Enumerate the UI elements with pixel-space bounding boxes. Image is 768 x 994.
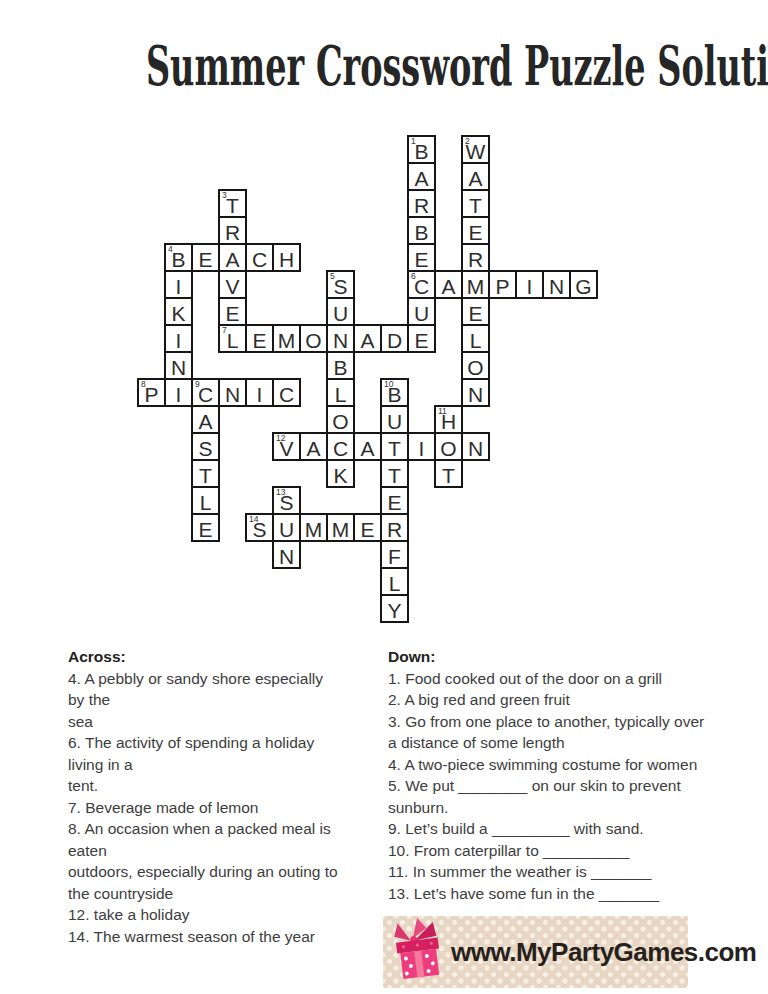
clue-line: 5. We put ________ on our skin to preven… (388, 775, 738, 797)
cell-letter: E (414, 245, 428, 270)
cell-letter: C (414, 272, 429, 297)
page-title: Summer Crossword Puzzle Solution (146, 38, 622, 95)
clue-line: sunburn. (388, 797, 738, 819)
footer-url: www.MyPartyGames.com (451, 937, 757, 968)
grid-cell-r9c7: L (326, 378, 355, 407)
cell-letter: N (468, 380, 483, 405)
grid-cell-r9c5: C (272, 378, 301, 407)
grid-cell-r9c1: I (164, 378, 193, 407)
clue-line: sea (68, 711, 383, 733)
cell-letter: B (333, 353, 347, 378)
grid-cell-r11c7: C (326, 432, 355, 461)
grid-cell-r12c2: T (191, 459, 220, 488)
grid-cell-r2c10: R (407, 189, 436, 218)
grid-cell-r5c7: 5S (326, 270, 355, 299)
clue-number: 11 (438, 407, 447, 416)
grid-cell-r11c9: T (380, 432, 409, 461)
cell-letter: M (332, 515, 350, 540)
grid-cell-r14c7: M (326, 513, 355, 542)
cell-letter: E (387, 488, 401, 513)
grid-cell-r13c2: L (191, 486, 220, 515)
cell-letter: N (468, 434, 483, 459)
cell-letter: T (199, 461, 212, 486)
clue-line: 3. Go from one place to another, typical… (388, 711, 738, 733)
gift-icon (392, 916, 446, 980)
grid-cell-r4c12: R (461, 243, 490, 272)
clue-number: 7 (222, 326, 227, 335)
clue-number: 12 (276, 434, 285, 443)
cell-letter: N (279, 542, 294, 567)
cell-letter: O (440, 434, 456, 459)
grid-cell-r6c7: U (326, 297, 355, 326)
cell-letter: I (176, 380, 182, 405)
clue-number: 14 (249, 515, 258, 524)
cell-letter: N (333, 326, 348, 351)
grid-cell-r9c3: N (218, 378, 247, 407)
cell-letter: R (387, 515, 402, 540)
clue-number: 6 (411, 272, 416, 281)
cell-letter: K (171, 299, 185, 324)
cell-letter: U (414, 299, 429, 324)
cell-letter: H (279, 245, 294, 270)
cell-letter: M (305, 515, 323, 540)
cell-letter: A (360, 326, 374, 351)
cell-letter: U (387, 407, 402, 432)
grid-cell-r15c9: F (380, 540, 409, 569)
cell-letter: T (388, 434, 401, 459)
grid-cell-r17c9: Y (380, 594, 409, 623)
grid-cell-r14c8: E (353, 513, 382, 542)
grid-cell-r12c11: T (434, 459, 463, 488)
clue-line: 7. Beverage made of lemon (68, 797, 383, 819)
clue-number: 3 (222, 191, 227, 200)
grid-cell-r6c3: E (218, 297, 247, 326)
cell-letter: R (225, 218, 240, 243)
grid-cell-r16c9: L (380, 567, 409, 596)
cell-letter: V (225, 272, 239, 297)
cell-letter: I (176, 326, 182, 351)
grid-cell-r7c9: D (380, 324, 409, 353)
cell-letter: A (306, 434, 320, 459)
grid-cell-r5c15: N (542, 270, 571, 299)
cell-letter: R (468, 245, 483, 270)
across-clue-lines: 4. A pebbly or sandy shore especiallyby … (68, 668, 383, 948)
down-heading: Down: (388, 646, 738, 668)
grid-cell-r9c2: 9C (191, 378, 220, 407)
cell-letter: N (549, 272, 564, 297)
clue-number: 1 (411, 137, 416, 146)
cell-letter: O (332, 407, 348, 432)
clue-number: 9 (195, 380, 200, 389)
clue-line: by the (68, 689, 383, 711)
grid-cell-r4c2: E (191, 243, 220, 272)
grid-cell-r3c10: B (407, 216, 436, 245)
cell-letter: E (198, 245, 212, 270)
grid-cell-r14c4: 14S (245, 513, 274, 542)
grid-cell-r11c5: 12V (272, 432, 301, 461)
grid-cell-r5c12: M (461, 270, 490, 299)
grid-cell-r14c5: U (272, 513, 301, 542)
cell-letter: E (360, 515, 374, 540)
cell-letter: C (333, 434, 348, 459)
grid-cell-r5c11: A (434, 270, 463, 299)
grid-cell-r2c3: 3T (218, 189, 247, 218)
cell-letter: B (171, 245, 185, 270)
grid-cell-r5c1: I (164, 270, 193, 299)
cell-letter: N (225, 380, 240, 405)
grid-cell-r7c3: 7L (218, 324, 247, 353)
cell-letter: C (279, 380, 294, 405)
cell-letter: S (333, 272, 347, 297)
clue-line: 1. Food cooked out of the door on a gril… (388, 668, 738, 690)
cell-letter: E (252, 326, 266, 351)
clue-number: 4 (168, 245, 173, 254)
clue-line: 6. The activity of spending a holiday (68, 732, 383, 754)
down-clues: Down: 1. Food cooked out of the door on … (388, 646, 738, 904)
cell-letter: E (225, 299, 239, 324)
grid-cell-r9c12: N (461, 378, 490, 407)
grid-cell-r0c12: 2W (461, 135, 490, 164)
cell-letter: B (414, 137, 428, 162)
grid-cell-r10c2: A (191, 405, 220, 434)
grid-cell-r11c8: A (353, 432, 382, 461)
cell-letter: P (144, 380, 158, 405)
cell-letter: G (575, 272, 591, 297)
clue-line: outdoors, especially during an outing to (68, 861, 383, 883)
cell-letter: U (333, 299, 348, 324)
grid-cell-r7c4: E (245, 324, 274, 353)
grid-cell-r4c3: A (218, 243, 247, 272)
cell-letter: C (198, 380, 213, 405)
cell-letter: F (388, 542, 401, 567)
cell-letter: E (468, 218, 482, 243)
grid-cell-r7c10: E (407, 324, 436, 353)
clue-line: 4. A two-piece swimming costume for wome… (388, 754, 738, 776)
cell-letter: T (388, 461, 401, 486)
grid-cell-r1c10: A (407, 162, 436, 191)
grid-cell-r5c13: P (488, 270, 517, 299)
grid-cell-r14c6: M (299, 513, 328, 542)
across-clues: Across: 4. A pebbly or sandy shore espec… (68, 646, 383, 947)
grid-cell-r5c16: G (569, 270, 598, 299)
clue-number: 10 (384, 380, 393, 389)
clue-number: 5 (330, 272, 335, 281)
cell-letter: A (360, 434, 374, 459)
grid-cell-r13c9: E (380, 486, 409, 515)
cell-letter: B (414, 218, 428, 243)
grid-cell-r4c1: 4B (164, 243, 193, 272)
clue-line: 10. From caterpillar to __________ (388, 840, 738, 862)
grid-cell-r10c9: U (380, 405, 409, 434)
grid-cell-r13c5: 13S (272, 486, 301, 515)
cell-letter: R (414, 191, 429, 216)
cell-letter: O (467, 353, 483, 378)
down-clue-lines: 1. Food cooked out of the door on a gril… (388, 668, 738, 905)
cell-letter: M (467, 272, 485, 297)
footer-banner: www.MyPartyGames.com (383, 916, 688, 988)
grid-cell-r14c9: R (380, 513, 409, 542)
clue-number: 13 (276, 488, 285, 497)
clue-number: 2 (465, 137, 470, 146)
cell-letter: N (171, 353, 186, 378)
cell-letter: I (419, 434, 425, 459)
grid-cell-r4c5: H (272, 243, 301, 272)
grid-cell-r11c11: O (434, 432, 463, 461)
grid-cell-r9c4: I (245, 378, 274, 407)
cell-letter: A (441, 272, 455, 297)
cell-letter: A (414, 164, 428, 189)
clue-line: 2. A big red and green fruit (388, 689, 738, 711)
grid-cell-r9c9: 10B (380, 378, 409, 407)
clue-line: 11. In summer the weather is _______ (388, 861, 738, 883)
grid-cell-r8c7: B (326, 351, 355, 380)
grid-cell-r10c11: 11H (434, 405, 463, 434)
clue-line: 9. Let’s build a _________ with sand. (388, 818, 738, 840)
clue-line: 12. take a holiday (68, 904, 383, 926)
grid-cell-r11c10: I (407, 432, 436, 461)
cell-letter: I (176, 272, 182, 297)
grid-cell-r7c1: I (164, 324, 193, 353)
cell-letter: T (226, 191, 239, 216)
grid-cell-r12c7: K (326, 459, 355, 488)
cell-letter: S (198, 434, 212, 459)
cell-letter: A (198, 407, 212, 432)
across-heading: Across: (68, 646, 383, 668)
cell-letter: U (279, 515, 294, 540)
grid-cell-r3c3: R (218, 216, 247, 245)
cell-letter: E (198, 515, 212, 540)
grid-cell-r12c9: T (380, 459, 409, 488)
grid-cell-r4c4: C (245, 243, 274, 272)
crossword-grid: 1B2WAA3TRTRBE4BEACHERIV5S6CAMPINGKEUUEI7… (137, 135, 598, 623)
cell-letter: O (305, 326, 321, 351)
cell-letter: M (278, 326, 296, 351)
cell-letter: Y (387, 596, 401, 621)
cell-letter: C (252, 245, 267, 270)
clue-line: 4. A pebbly or sandy shore especially (68, 668, 383, 690)
clue-line: 13. Let’s have some fun in the _______ (388, 883, 738, 905)
grid-cell-r1c12: A (461, 162, 490, 191)
clue-line: eaten (68, 840, 383, 862)
cell-letter: E (414, 326, 428, 351)
cell-letter: L (470, 326, 482, 351)
cell-letter: E (468, 299, 482, 324)
clue-line: living in a (68, 754, 383, 776)
cell-letter: P (495, 272, 509, 297)
clue-line: a distance of some length (388, 732, 738, 754)
grid-cell-r6c1: K (164, 297, 193, 326)
cell-letter: T (442, 461, 455, 486)
cell-letter: L (389, 569, 401, 594)
grid-cell-r6c10: U (407, 297, 436, 326)
grid-cell-r8c1: N (164, 351, 193, 380)
grid-cell-r2c12: T (461, 189, 490, 218)
cell-letter: I (527, 272, 533, 297)
cell-letter: L (335, 380, 347, 405)
grid-cell-r7c7: N (326, 324, 355, 353)
grid-cell-r14c2: E (191, 513, 220, 542)
grid-cell-r9c0: 8P (137, 378, 166, 407)
grid-cell-r3c12: E (461, 216, 490, 245)
grid-cell-r15c5: N (272, 540, 301, 569)
grid-cell-r11c12: N (461, 432, 490, 461)
grid-cell-r7c5: M (272, 324, 301, 353)
cell-letter: K (333, 461, 347, 486)
grid-cell-r5c10: 6C (407, 270, 436, 299)
grid-cell-r5c3: V (218, 270, 247, 299)
grid-cell-r7c6: O (299, 324, 328, 353)
clue-line: tent. (68, 775, 383, 797)
grid-cell-r5c14: I (515, 270, 544, 299)
cell-letter: L (200, 488, 212, 513)
grid-cell-r10c7: O (326, 405, 355, 434)
grid-cell-r8c12: O (461, 351, 490, 380)
cell-letter: A (225, 245, 239, 270)
grid-cell-r6c12: E (461, 297, 490, 326)
clue-line: 14. The warmest season of the year (68, 926, 383, 948)
clue-line: the countryside (68, 883, 383, 905)
cell-letter: A (468, 164, 482, 189)
cell-letter: I (257, 380, 263, 405)
cell-letter: T (469, 191, 482, 216)
cell-letter: D (387, 326, 402, 351)
grid-cell-r7c8: A (353, 324, 382, 353)
grid-cell-r0c10: 1B (407, 135, 436, 164)
cell-letter: L (227, 326, 239, 351)
clue-line: 8. An occasion when a packed meal is (68, 818, 383, 840)
grid-cell-r4c10: E (407, 243, 436, 272)
grid-cell-r11c6: A (299, 432, 328, 461)
grid-cell-r11c2: S (191, 432, 220, 461)
grid-cell-r7c12: L (461, 324, 490, 353)
clue-number: 8 (141, 380, 146, 389)
